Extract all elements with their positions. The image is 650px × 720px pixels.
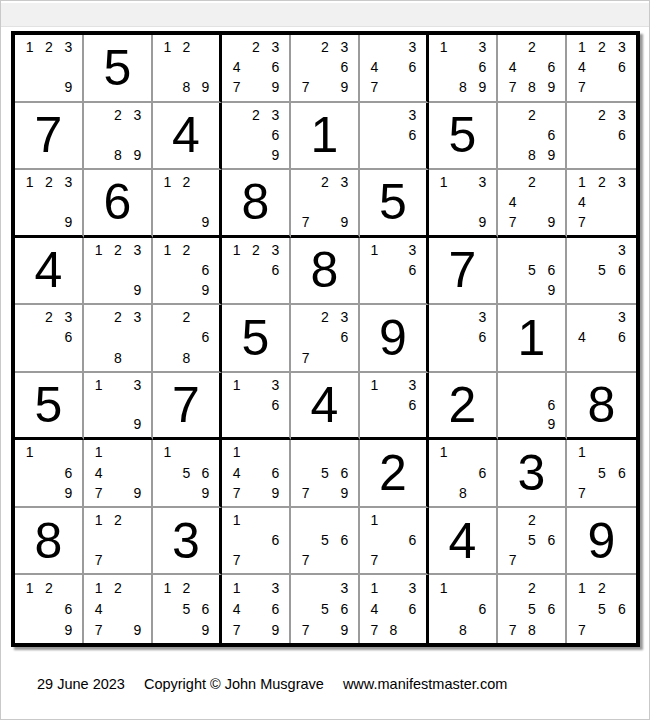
cell-r7c8: 3 xyxy=(498,440,567,508)
cell-value: 3 xyxy=(518,448,546,498)
cell-value: 9 xyxy=(588,516,616,566)
cell-candidates: 1567 xyxy=(567,440,636,506)
candidate-8: 8 xyxy=(453,77,472,97)
cell-candidates: 1289 xyxy=(153,35,219,101)
candidate-6: 6 xyxy=(542,530,561,550)
candidate-6: 6 xyxy=(266,530,285,550)
cell-r3c9: 12347 xyxy=(567,170,636,238)
candidate-3: 3 xyxy=(473,307,492,327)
cell-candidates: 134678 xyxy=(360,575,426,643)
candidate-5: 5 xyxy=(592,463,612,483)
cell-candidates: 234679 xyxy=(222,35,289,101)
candidate-3: 3 xyxy=(335,172,354,192)
cell-r1c8: 246789 xyxy=(498,35,567,103)
candidate-3: 3 xyxy=(473,37,492,57)
candidate-6: 6 xyxy=(59,598,78,619)
candidate-4: 4 xyxy=(227,57,246,77)
cell-r5c7: 36 xyxy=(429,305,498,373)
candidate-9: 9 xyxy=(335,212,354,232)
candidate-2: 2 xyxy=(592,105,612,125)
cell-candidates: 1239 xyxy=(84,238,151,304)
candidate-6: 6 xyxy=(542,260,561,280)
cell-r3c1: 1239 xyxy=(15,170,84,238)
candidate-4: 4 xyxy=(572,327,592,347)
candidate-2: 2 xyxy=(108,240,127,260)
candidate-7: 7 xyxy=(296,77,315,97)
candidate-8: 8 xyxy=(522,145,541,165)
cell-r5c3: 268 xyxy=(153,305,222,373)
cell-candidates: 1239 xyxy=(15,35,82,101)
cell-r6c7: 2 xyxy=(429,373,498,441)
cell-r9c7: 168 xyxy=(429,575,498,643)
candidate-9: 9 xyxy=(59,619,78,640)
candidate-5: 5 xyxy=(522,598,541,619)
candidate-7: 7 xyxy=(227,77,246,97)
candidate-8: 8 xyxy=(453,483,472,503)
cell-value: 7 xyxy=(449,245,477,295)
cell-r1c9: 123467 xyxy=(567,35,636,103)
cell-candidates: 346 xyxy=(567,305,636,371)
candidate-2: 2 xyxy=(522,105,541,125)
candidate-1: 1 xyxy=(572,442,592,462)
cell-r6c4: 136 xyxy=(222,373,291,441)
candidate-4: 4 xyxy=(227,598,246,619)
candidate-7: 7 xyxy=(227,483,246,503)
candidate-5: 5 xyxy=(522,530,541,550)
cell-candidates: 12347 xyxy=(567,170,636,235)
candidate-9: 9 xyxy=(59,77,78,97)
cell-r1c4: 234679 xyxy=(222,35,291,103)
candidate-9: 9 xyxy=(59,212,78,232)
candidate-3: 3 xyxy=(473,172,492,192)
cell-r9c5: 35679 xyxy=(291,575,360,643)
candidate-8: 8 xyxy=(453,619,472,640)
candidate-7: 7 xyxy=(89,483,108,503)
cell-candidates: 69 xyxy=(498,373,565,438)
cell-candidates: 567 xyxy=(291,508,358,574)
candidate-1: 1 xyxy=(434,577,453,598)
candidate-2: 2 xyxy=(522,510,541,530)
cell-candidates: 136 xyxy=(222,373,289,438)
cell-candidates: 2567 xyxy=(498,508,565,574)
cell-candidates: 2389 xyxy=(84,103,151,169)
candidate-1: 1 xyxy=(89,510,108,530)
top-band xyxy=(1,3,649,27)
cell-value: 4 xyxy=(172,110,200,160)
candidate-1: 1 xyxy=(89,375,108,395)
candidate-9: 9 xyxy=(542,280,561,300)
candidate-6: 6 xyxy=(612,57,632,77)
cell-candidates: 139 xyxy=(429,170,496,235)
candidate-1: 1 xyxy=(20,172,39,192)
cell-candidates: 13689 xyxy=(429,35,496,101)
candidate-1: 1 xyxy=(20,37,39,57)
candidate-2: 2 xyxy=(246,240,265,260)
candidate-1: 1 xyxy=(227,510,246,530)
candidate-3: 3 xyxy=(266,37,285,57)
cell-candidates: 1269 xyxy=(153,238,219,304)
candidate-3: 3 xyxy=(266,577,285,598)
candidate-6: 6 xyxy=(335,598,354,619)
candidate-2: 2 xyxy=(39,577,58,598)
candidate-2: 2 xyxy=(315,172,334,192)
cell-r7c4: 14679 xyxy=(222,440,291,508)
cell-candidates: 569 xyxy=(498,238,565,304)
cell-r4c8: 569 xyxy=(498,238,567,306)
candidate-6: 6 xyxy=(335,327,354,347)
candidate-2: 2 xyxy=(315,307,334,327)
cell-r6c3: 7 xyxy=(153,373,222,441)
candidate-4: 4 xyxy=(572,57,592,77)
candidate-3: 3 xyxy=(59,172,78,192)
footer: 29 June 2023 Copyright © John Musgrave w… xyxy=(37,676,522,692)
cell-candidates: 236 xyxy=(567,103,636,169)
cell-candidates: 1479 xyxy=(84,440,151,506)
cell-r7c5: 5679 xyxy=(291,440,360,508)
candidate-6: 6 xyxy=(196,327,215,347)
cell-value: 2 xyxy=(449,380,477,430)
candidate-6: 6 xyxy=(542,395,561,415)
cell-r8c1: 8 xyxy=(15,508,84,576)
cell-r9c2: 12479 xyxy=(84,575,153,643)
candidate-1: 1 xyxy=(434,172,453,192)
candidate-6: 6 xyxy=(266,598,285,619)
cell-r8c2: 127 xyxy=(84,508,153,576)
candidate-3: 3 xyxy=(266,105,285,125)
cell-candidates: 1239 xyxy=(15,170,82,235)
cell-r9c9: 12567 xyxy=(567,575,636,643)
cell-candidates: 268 xyxy=(153,305,219,371)
cell-r7c6: 2 xyxy=(360,440,429,508)
candidate-6: 6 xyxy=(335,57,354,77)
cell-r1c1: 1239 xyxy=(15,35,84,103)
candidate-1: 1 xyxy=(227,240,246,260)
cell-r3c2: 6 xyxy=(84,170,153,238)
cell-candidates: 12567 xyxy=(567,575,636,643)
cell-r5c9: 346 xyxy=(567,305,636,373)
cell-r2c5: 1 xyxy=(291,103,360,171)
candidate-1: 1 xyxy=(158,240,177,260)
candidate-2: 2 xyxy=(39,307,58,327)
cell-candidates: 25678 xyxy=(498,575,565,643)
candidate-6: 6 xyxy=(542,125,561,145)
candidate-4: 4 xyxy=(89,598,108,619)
candidate-3: 3 xyxy=(59,307,78,327)
cell-r7c3: 1569 xyxy=(153,440,222,508)
cell-r9c1: 1269 xyxy=(15,575,84,643)
candidate-3: 3 xyxy=(612,307,632,327)
cell-r2c3: 4 xyxy=(153,103,222,171)
candidate-6: 6 xyxy=(473,463,492,483)
cell-candidates: 14679 xyxy=(222,440,289,506)
candidate-9: 9 xyxy=(196,212,215,232)
candidate-3: 3 xyxy=(128,375,147,395)
footer-copyright: Copyright © John Musgrave xyxy=(144,676,324,692)
candidate-9: 9 xyxy=(128,619,147,640)
candidate-6: 6 xyxy=(612,463,632,483)
candidate-6: 6 xyxy=(335,463,354,483)
candidate-3: 3 xyxy=(128,307,147,327)
cell-candidates: 2379 xyxy=(291,170,358,235)
cell-value: 8 xyxy=(311,245,339,295)
cell-candidates: 238 xyxy=(84,305,151,371)
cell-r8c4: 167 xyxy=(222,508,291,576)
cell-r1c3: 1289 xyxy=(153,35,222,103)
candidate-9: 9 xyxy=(266,145,285,165)
cell-value: 4 xyxy=(311,380,339,430)
candidate-2: 2 xyxy=(592,172,612,192)
cell-candidates: 12569 xyxy=(153,575,219,643)
candidate-7: 7 xyxy=(365,619,384,640)
cell-candidates: 2479 xyxy=(498,170,565,235)
candidate-9: 9 xyxy=(335,483,354,503)
candidate-8: 8 xyxy=(177,77,196,97)
candidate-7: 7 xyxy=(503,619,522,640)
cell-value: 7 xyxy=(35,110,63,160)
candidate-6: 6 xyxy=(335,530,354,550)
cell-r4c1: 4 xyxy=(15,238,84,306)
candidate-3: 3 xyxy=(612,37,632,57)
cell-value: 2 xyxy=(379,448,407,498)
cell-r9c3: 12569 xyxy=(153,575,222,643)
cell-candidates: 3467 xyxy=(360,35,426,101)
cell-r4c7: 7 xyxy=(429,238,498,306)
cell-value: 6 xyxy=(104,177,132,227)
candidate-6: 6 xyxy=(266,260,285,280)
cell-candidates: 136 xyxy=(360,373,426,438)
candidate-8: 8 xyxy=(522,619,541,640)
cell-value: 3 xyxy=(172,516,200,566)
candidate-5: 5 xyxy=(315,530,334,550)
candidate-7: 7 xyxy=(227,619,246,640)
candidate-2: 2 xyxy=(177,307,196,327)
footer-website: www.manifestmaster.com xyxy=(343,676,507,692)
candidate-6: 6 xyxy=(403,530,422,550)
candidate-2: 2 xyxy=(246,37,265,57)
cell-candidates: 23679 xyxy=(291,35,358,101)
candidate-9: 9 xyxy=(542,414,561,434)
cell-candidates: 1569 xyxy=(153,440,219,506)
candidate-9: 9 xyxy=(196,483,215,503)
sudoku-board: 1239512892346792367934671368924678912346… xyxy=(11,31,640,647)
candidate-7: 7 xyxy=(572,619,592,640)
candidate-8: 8 xyxy=(522,77,541,97)
cell-r3c8: 2479 xyxy=(498,170,567,238)
cell-candidates: 2367 xyxy=(291,305,358,371)
candidate-9: 9 xyxy=(542,145,561,165)
cell-r9c4: 134679 xyxy=(222,575,291,643)
cell-r8c9: 9 xyxy=(567,508,636,576)
cell-r3c5: 2379 xyxy=(291,170,360,238)
cell-candidates: 2369 xyxy=(222,103,289,169)
candidate-2: 2 xyxy=(39,172,58,192)
candidate-4: 4 xyxy=(365,57,384,77)
candidate-1: 1 xyxy=(434,37,453,57)
cell-r3c7: 139 xyxy=(429,170,498,238)
cell-value: 5 xyxy=(242,313,270,363)
candidate-7: 7 xyxy=(572,483,592,503)
cell-value: 5 xyxy=(35,380,63,430)
cell-value: 5 xyxy=(104,43,132,93)
cell-candidates: 168 xyxy=(429,440,496,506)
candidate-1: 1 xyxy=(365,240,384,260)
candidate-3: 3 xyxy=(612,105,632,125)
cell-candidates: 136 xyxy=(360,238,426,304)
cell-r1c7: 13689 xyxy=(429,35,498,103)
cell-candidates: 169 xyxy=(15,440,82,506)
cell-r2c6: 36 xyxy=(360,103,429,171)
cell-candidates: 35679 xyxy=(291,575,358,643)
candidate-6: 6 xyxy=(266,57,285,77)
cell-r2c8: 2689 xyxy=(498,103,567,171)
cell-candidates: 356 xyxy=(567,238,636,304)
candidate-5: 5 xyxy=(315,598,334,619)
candidate-9: 9 xyxy=(266,619,285,640)
candidate-6: 6 xyxy=(196,598,215,619)
cell-r9c6: 134678 xyxy=(360,575,429,643)
candidate-8: 8 xyxy=(384,619,403,640)
candidate-1: 1 xyxy=(572,577,592,598)
cell-r8c3: 3 xyxy=(153,508,222,576)
cell-r3c4: 8 xyxy=(222,170,291,238)
cell-r8c5: 567 xyxy=(291,508,360,576)
cell-r7c7: 168 xyxy=(429,440,498,508)
candidate-3: 3 xyxy=(612,172,632,192)
candidate-5: 5 xyxy=(522,260,541,280)
candidate-3: 3 xyxy=(403,577,422,598)
candidate-7: 7 xyxy=(572,77,592,97)
cell-r4c6: 136 xyxy=(360,238,429,306)
cell-r5c4: 5 xyxy=(222,305,291,373)
candidate-6: 6 xyxy=(403,395,422,415)
candidate-6: 6 xyxy=(266,125,285,145)
cell-r8c7: 4 xyxy=(429,508,498,576)
cell-r7c1: 169 xyxy=(15,440,84,508)
cell-r3c6: 5 xyxy=(360,170,429,238)
cell-r2c9: 236 xyxy=(567,103,636,171)
candidate-6: 6 xyxy=(612,125,632,145)
cell-candidates: 127 xyxy=(84,508,151,574)
cell-value: 8 xyxy=(242,177,270,227)
cell-r6c2: 139 xyxy=(84,373,153,441)
cell-r4c2: 1239 xyxy=(84,238,153,306)
candidate-6: 6 xyxy=(473,57,492,77)
cell-r7c9: 1567 xyxy=(567,440,636,508)
candidate-7: 7 xyxy=(296,619,315,640)
cell-value: 1 xyxy=(518,313,546,363)
candidate-2: 2 xyxy=(39,37,58,57)
cell-candidates: 139 xyxy=(84,373,151,438)
candidate-2: 2 xyxy=(177,37,196,57)
candidate-3: 3 xyxy=(128,105,147,125)
candidate-3: 3 xyxy=(403,240,422,260)
candidate-9: 9 xyxy=(542,212,561,232)
cell-value: 4 xyxy=(449,516,477,566)
candidate-7: 7 xyxy=(296,483,315,503)
candidate-5: 5 xyxy=(315,463,334,483)
cell-value: 4 xyxy=(35,245,63,295)
candidate-2: 2 xyxy=(108,307,127,327)
cell-candidates: 36 xyxy=(360,103,426,169)
candidate-9: 9 xyxy=(196,619,215,640)
candidate-4: 4 xyxy=(365,598,384,619)
candidate-5: 5 xyxy=(177,598,196,619)
candidate-5: 5 xyxy=(592,598,612,619)
candidate-9: 9 xyxy=(196,280,215,300)
candidate-7: 7 xyxy=(572,212,592,232)
candidate-2: 2 xyxy=(177,240,196,260)
candidate-1: 1 xyxy=(89,442,108,462)
cell-r2c7: 5 xyxy=(429,103,498,171)
cell-value: 8 xyxy=(35,516,63,566)
cell-candidates: 167 xyxy=(222,508,289,574)
candidate-7: 7 xyxy=(89,619,108,640)
candidate-3: 3 xyxy=(266,240,285,260)
candidate-6: 6 xyxy=(473,598,492,619)
cell-r6c8: 69 xyxy=(498,373,567,441)
cell-candidates: 123467 xyxy=(567,35,636,101)
candidate-9: 9 xyxy=(266,483,285,503)
candidate-3: 3 xyxy=(403,105,422,125)
candidate-6: 6 xyxy=(403,57,422,77)
candidate-6: 6 xyxy=(403,125,422,145)
candidate-5: 5 xyxy=(592,260,612,280)
cell-r4c3: 1269 xyxy=(153,238,222,306)
candidate-1: 1 xyxy=(365,510,384,530)
candidate-2: 2 xyxy=(177,577,196,598)
candidate-1: 1 xyxy=(158,442,177,462)
candidate-3: 3 xyxy=(335,307,354,327)
cell-r8c8: 2567 xyxy=(498,508,567,576)
candidate-1: 1 xyxy=(158,172,177,192)
cell-r9c8: 25678 xyxy=(498,575,567,643)
cell-r6c1: 5 xyxy=(15,373,84,441)
candidate-3: 3 xyxy=(335,577,354,598)
candidate-7: 7 xyxy=(365,77,384,97)
page: 1239512892346792367934671368924678912346… xyxy=(0,0,650,720)
cell-r6c5: 4 xyxy=(291,373,360,441)
candidate-7: 7 xyxy=(503,550,522,570)
candidate-4: 4 xyxy=(503,192,522,212)
candidate-4: 4 xyxy=(227,463,246,483)
cell-r1c2: 5 xyxy=(84,35,153,103)
candidate-6: 6 xyxy=(403,598,422,619)
candidate-1: 1 xyxy=(365,375,384,395)
cell-r4c4: 1236 xyxy=(222,238,291,306)
candidate-1: 1 xyxy=(572,172,592,192)
cell-r5c2: 238 xyxy=(84,305,153,373)
cell-r2c1: 7 xyxy=(15,103,84,171)
cell-r4c9: 356 xyxy=(567,238,636,306)
candidate-7: 7 xyxy=(227,550,246,570)
cell-r5c6: 9 xyxy=(360,305,429,373)
candidate-1: 1 xyxy=(89,240,108,260)
candidate-1: 1 xyxy=(20,442,39,462)
cell-r1c6: 3467 xyxy=(360,35,429,103)
candidate-7: 7 xyxy=(296,348,315,368)
candidate-3: 3 xyxy=(128,240,147,260)
candidate-3: 3 xyxy=(335,37,354,57)
candidate-6: 6 xyxy=(403,260,422,280)
candidate-6: 6 xyxy=(266,395,285,415)
cell-value: 5 xyxy=(379,177,407,227)
cell-r2c2: 2389 xyxy=(84,103,153,171)
candidate-1: 1 xyxy=(434,442,453,462)
candidate-1: 1 xyxy=(158,577,177,598)
candidate-6: 6 xyxy=(266,463,285,483)
candidate-2: 2 xyxy=(177,172,196,192)
candidate-3: 3 xyxy=(403,37,422,57)
